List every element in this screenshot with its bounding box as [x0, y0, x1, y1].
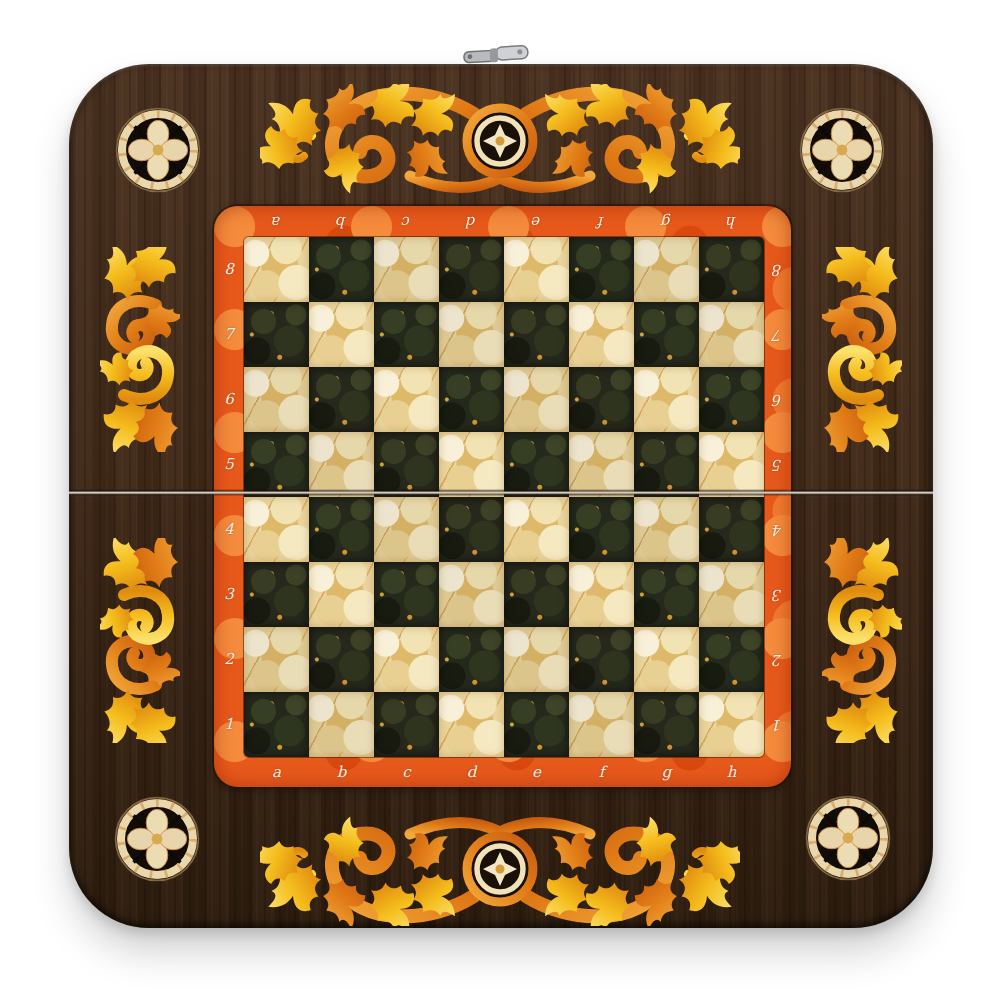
- rank-label-8: 8: [764, 237, 791, 302]
- file-label-d: d: [439, 206, 504, 237]
- square-h3[interactable]: [699, 562, 764, 627]
- square-a8[interactable]: [244, 237, 309, 302]
- square-g2[interactable]: [634, 627, 699, 692]
- square-f1[interactable]: [569, 692, 634, 757]
- rank-labels-right: 87654321: [764, 237, 791, 757]
- ornament-band-top: [255, 84, 745, 198]
- file-label-b: b: [309, 206, 374, 237]
- square-c1[interactable]: [374, 692, 439, 757]
- chess-board-frame: abcdefgh abcdefgh 87654321 87654321: [214, 206, 791, 787]
- rank-labels-left: 87654321: [214, 237, 244, 757]
- square-g1[interactable]: [634, 692, 699, 757]
- rank-label-6: 6: [214, 367, 244, 432]
- square-g7[interactable]: [634, 302, 699, 367]
- file-labels-bottom: abcdefgh: [244, 757, 764, 787]
- square-e6[interactable]: [504, 367, 569, 432]
- square-d2[interactable]: [439, 627, 504, 692]
- rank-label-3: 3: [764, 562, 791, 627]
- rank-label-2: 2: [214, 627, 244, 692]
- square-c3[interactable]: [374, 562, 439, 627]
- file-label-b: b: [309, 757, 374, 787]
- square-e5[interactable]: [504, 432, 569, 497]
- corner-medallion-bottom-right: [803, 793, 893, 883]
- square-c5[interactable]: [374, 432, 439, 497]
- square-b2[interactable]: [309, 627, 374, 692]
- square-h1[interactable]: [699, 692, 764, 757]
- file-label-a: a: [244, 206, 309, 237]
- square-h4[interactable]: [699, 497, 764, 562]
- board-squares: [244, 237, 764, 757]
- file-label-h: h: [699, 757, 764, 787]
- corner-medallion-top-right: [797, 105, 887, 195]
- rank-label-4: 4: [764, 497, 791, 562]
- square-h7[interactable]: [699, 302, 764, 367]
- square-c2[interactable]: [374, 627, 439, 692]
- file-label-c: c: [374, 206, 439, 237]
- rank-label-5: 5: [214, 432, 244, 497]
- file-label-e: e: [504, 757, 569, 787]
- square-d6[interactable]: [439, 367, 504, 432]
- square-f4[interactable]: [569, 497, 634, 562]
- rank-label-7: 7: [214, 302, 244, 367]
- rank-label-4: 4: [214, 497, 244, 562]
- clasp-latch[interactable]: [450, 38, 550, 68]
- square-g3[interactable]: [634, 562, 699, 627]
- square-f5[interactable]: [569, 432, 634, 497]
- ornament-right-bottom: [822, 538, 902, 743]
- rank-label-5: 5: [764, 432, 791, 497]
- square-c8[interactable]: [374, 237, 439, 302]
- square-g6[interactable]: [634, 367, 699, 432]
- square-d7[interactable]: [439, 302, 504, 367]
- square-g8[interactable]: [634, 237, 699, 302]
- square-f6[interactable]: [569, 367, 634, 432]
- square-d8[interactable]: [439, 237, 504, 302]
- square-f3[interactable]: [569, 562, 634, 627]
- square-d5[interactable]: [439, 432, 504, 497]
- file-label-c: c: [374, 757, 439, 787]
- rank-label-7: 7: [764, 302, 791, 367]
- square-b5[interactable]: [309, 432, 374, 497]
- square-a2[interactable]: [244, 627, 309, 692]
- square-h5[interactable]: [699, 432, 764, 497]
- square-a6[interactable]: [244, 367, 309, 432]
- square-e4[interactable]: [504, 497, 569, 562]
- square-a7[interactable]: [244, 302, 309, 367]
- corner-medallion-top-left: [113, 105, 203, 195]
- square-b4[interactable]: [309, 497, 374, 562]
- rank-label-3: 3: [214, 562, 244, 627]
- square-b6[interactable]: [309, 367, 374, 432]
- square-f2[interactable]: [569, 627, 634, 692]
- square-h6[interactable]: [699, 367, 764, 432]
- square-b8[interactable]: [309, 237, 374, 302]
- square-b3[interactable]: [309, 562, 374, 627]
- square-f7[interactable]: [569, 302, 634, 367]
- square-e8[interactable]: [504, 237, 569, 302]
- square-a5[interactable]: [244, 432, 309, 497]
- file-labels-top: abcdefgh: [244, 206, 764, 237]
- rank-label-1: 1: [214, 692, 244, 757]
- ornament-right-top: [822, 247, 902, 452]
- square-d3[interactable]: [439, 562, 504, 627]
- square-b1[interactable]: [309, 692, 374, 757]
- square-b7[interactable]: [309, 302, 374, 367]
- rank-label-2: 2: [764, 627, 791, 692]
- ornament-left-top: [100, 247, 180, 452]
- square-e2[interactable]: [504, 627, 569, 692]
- square-g5[interactable]: [634, 432, 699, 497]
- file-label-g: g: [634, 206, 699, 237]
- square-a1[interactable]: [244, 692, 309, 757]
- file-label-f: f: [569, 206, 634, 237]
- square-c4[interactable]: [374, 497, 439, 562]
- square-a4[interactable]: [244, 497, 309, 562]
- square-f8[interactable]: [569, 237, 634, 302]
- ornament-band-bottom: [255, 812, 745, 926]
- square-h2[interactable]: [699, 627, 764, 692]
- file-label-f: f: [569, 757, 634, 787]
- square-c7[interactable]: [374, 302, 439, 367]
- square-a3[interactable]: [244, 562, 309, 627]
- rank-label-1: 1: [764, 692, 791, 757]
- square-e7[interactable]: [504, 302, 569, 367]
- square-h8[interactable]: [699, 237, 764, 302]
- hinge-seam: [69, 489, 933, 496]
- product-photo: abcdefgh abcdefgh 87654321 87654321: [0, 0, 1000, 1000]
- file-label-g: g: [634, 757, 699, 787]
- square-e1[interactable]: [504, 692, 569, 757]
- ornament-left-bottom: [100, 538, 180, 743]
- corner-medallion-bottom-left: [112, 794, 202, 884]
- file-label-a: a: [244, 757, 309, 787]
- square-d4[interactable]: [439, 497, 504, 562]
- rank-label-8: 8: [214, 237, 244, 302]
- square-e3[interactable]: [504, 562, 569, 627]
- rank-label-6: 6: [764, 367, 791, 432]
- file-label-h: h: [699, 206, 764, 237]
- square-c6[interactable]: [374, 367, 439, 432]
- file-label-e: e: [504, 206, 569, 237]
- square-g4[interactable]: [634, 497, 699, 562]
- file-label-d: d: [439, 757, 504, 787]
- square-d1[interactable]: [439, 692, 504, 757]
